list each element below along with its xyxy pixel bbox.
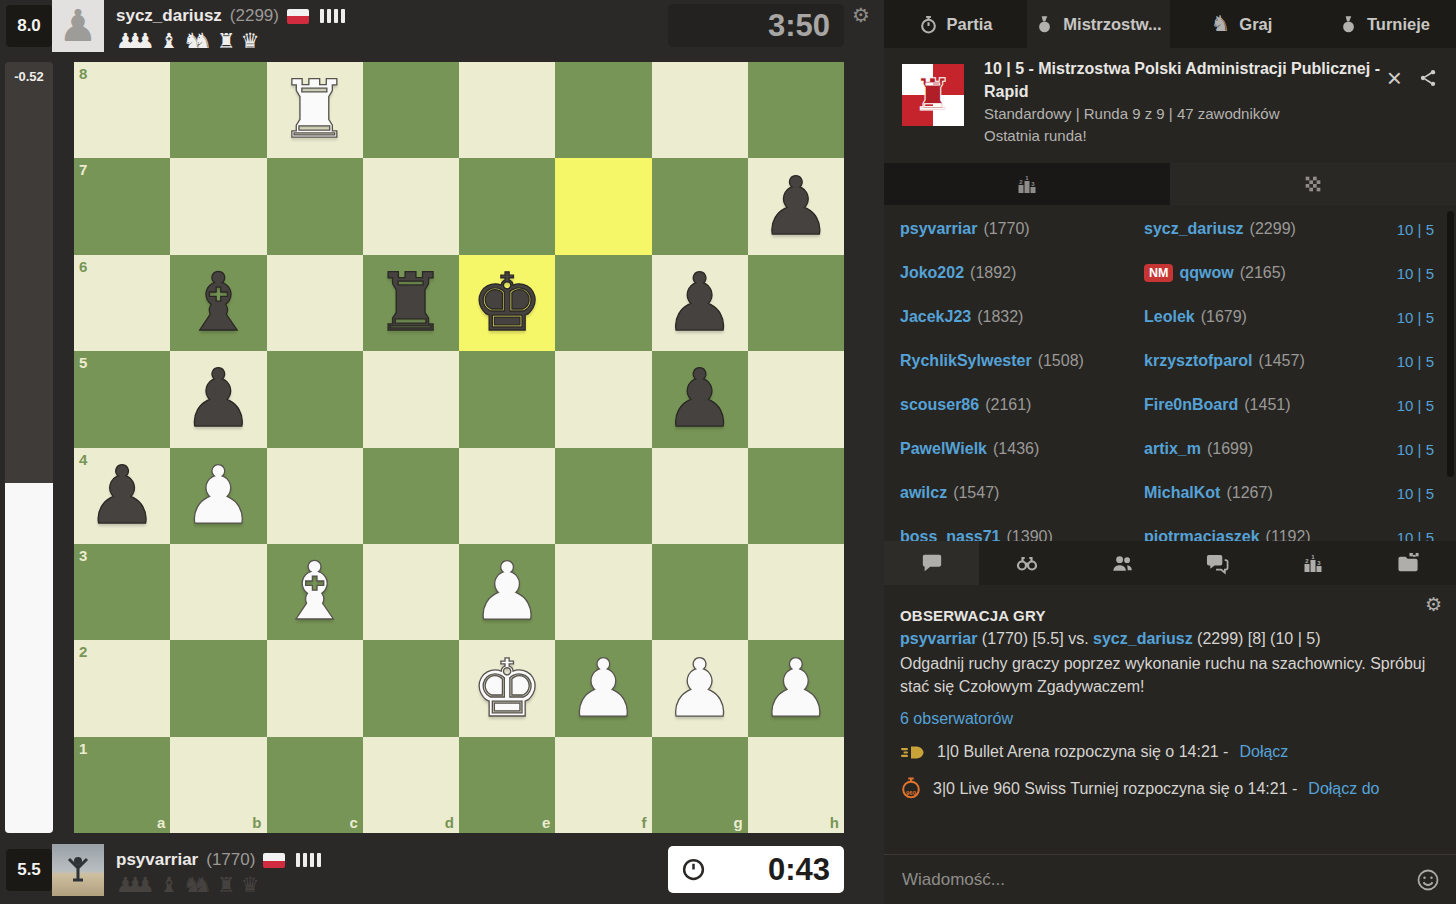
svg-text:1: 1 [1311, 554, 1315, 560]
time-control: 10 | 5 [1397, 353, 1434, 370]
nm-title-badge: NM [1144, 264, 1173, 282]
pairing-row[interactable]: boss_nass71(1390)piotrmaciaszek(1192)10 … [884, 515, 1456, 541]
default-avatar-pawn-icon: ♟ [58, 4, 97, 48]
pairing-row[interactable]: scouser86(2161)Fire0nBoard(1451)10 | 5 [884, 383, 1456, 427]
active-clock-icon [681, 857, 706, 882]
top-player-avatar[interactable]: ♟ [52, 0, 104, 52]
black-pawn[interactable]: ♟ [760, 167, 832, 247]
observation-heading: OBSERWACJA GRY [900, 607, 1440, 624]
tab-standings[interactable]: 2 1 3 [1265, 541, 1360, 585]
poland-flag-icon [263, 853, 285, 868]
tab-chat-rooms[interactable] [1170, 541, 1265, 585]
player-rating: (1892) [970, 264, 1016, 282]
rank-label: 8 [79, 65, 87, 82]
white-rook[interactable]: ♜ [279, 70, 351, 150]
square-a1[interactable]: 1a [74, 737, 170, 833]
rank-label: 3 [79, 547, 87, 564]
rank-label: 7 [79, 161, 87, 178]
tab-label: Partia [947, 15, 993, 34]
square-g8[interactable] [652, 62, 748, 158]
square-d7[interactable] [363, 158, 459, 254]
player-link[interactable]: qqwow [1179, 264, 1233, 282]
tab-archive[interactable] [1361, 541, 1456, 585]
square-c5[interactable] [267, 351, 363, 447]
player-rating: (2161) [985, 396, 1031, 414]
binoculars-icon [1015, 551, 1039, 575]
stopwatch-960-icon: 960 [900, 776, 922, 801]
sidebar: Partia Mistrzostw... ♞ Graj Turnieje ♜ 1… [884, 0, 1456, 904]
square-h4[interactable] [748, 448, 844, 544]
player-link[interactable]: JacekJ23 [900, 308, 971, 326]
square-d8[interactable] [363, 62, 459, 158]
tab-graj[interactable]: ♞ Graj [1170, 0, 1313, 48]
black-score: [8] [1248, 630, 1266, 647]
player-link[interactable]: artix_m [1144, 440, 1201, 458]
square-h5[interactable] [748, 351, 844, 447]
podium-icon: 2 1 3 [1301, 551, 1325, 575]
square-f3[interactable] [555, 544, 651, 640]
square-a6[interactable]: 6 [74, 255, 170, 351]
black-pawn[interactable]: ♟ [664, 359, 736, 439]
medal-icon [1035, 15, 1054, 34]
square-f4[interactable] [555, 448, 651, 544]
svg-text:2: 2 [1305, 558, 1309, 564]
white-rating: (1770) [982, 630, 1028, 647]
player-rating: (1436) [993, 440, 1039, 458]
time-control: 10 | 5 [1397, 309, 1434, 326]
square-d2[interactable] [363, 640, 459, 736]
player-link[interactable]: RychlikSylwester [900, 352, 1032, 370]
message-input[interactable] [900, 869, 1406, 891]
tab-label: Mistrzostw... [1063, 15, 1161, 34]
square-a2[interactable]: 2 [74, 640, 170, 736]
panel-settings-gear-icon[interactable]: ⚙ [1425, 593, 1442, 615]
square-g4[interactable] [652, 448, 748, 544]
announcement-live960: 960 3|0 Live 960 Swiss Turniej rozpoczyn… [900, 776, 1440, 801]
announcement-text: 1|0 Bullet Arena rozpoczyna się o 14:21 … [937, 743, 1228, 761]
square-c6[interactable] [267, 255, 363, 351]
tournament-header-actions: × [1387, 68, 1438, 88]
white-pawn[interactable]: ♟ [183, 456, 255, 536]
bottom-player-score: 5.5 [6, 849, 52, 891]
black-rook[interactable]: ♜ [375, 263, 447, 343]
square-b8[interactable] [170, 62, 266, 158]
square-g2[interactable]: ♟ [652, 640, 748, 736]
square-h2[interactable]: ♟ [748, 640, 844, 736]
square-d3[interactable] [363, 544, 459, 640]
player-link[interactable]: boss_nass71 [900, 528, 1001, 541]
close-icon[interactable]: × [1387, 68, 1402, 88]
bottom-player-rating: (1770) [206, 850, 255, 870]
player-rating: (1451) [1244, 396, 1290, 414]
pairing-row[interactable]: psyvarriar(1770)sycz_dariusz(2299)10 | 5 [884, 207, 1456, 251]
tournament-status: Ostatnia runda! [984, 125, 1394, 147]
square-g6[interactable]: ♟ [652, 255, 748, 351]
square-e7[interactable] [459, 158, 555, 254]
player-link[interactable]: awilcz [900, 484, 947, 502]
rank-label: 6 [79, 258, 87, 275]
top-player-info: sycz_dariusz (2299) [116, 4, 345, 28]
square-e8[interactable] [459, 62, 555, 158]
rank-label: 5 [79, 354, 87, 371]
tournament-info: 10 | 5 - Mistrzostwa Polski Administracj… [984, 57, 1394, 147]
square-a3[interactable]: 3 [74, 544, 170, 640]
player-link[interactable]: psyvarriar [900, 220, 977, 238]
square-e1[interactable]: e [459, 737, 555, 833]
top-player-name[interactable]: sycz_dariusz [116, 6, 222, 26]
pairing-row[interactable]: Joko202(1892)NMqqwow(2165)10 | 5 [884, 251, 1456, 295]
captured-rook-icon: ♜ [217, 31, 236, 52]
bottom-player-name[interactable]: psyvarriar [116, 850, 198, 870]
bottom-panel-tabs: 2 1 3 [884, 541, 1456, 585]
time-control: (10 | 5) [1270, 630, 1320, 647]
rook-logo-icon: ♜ [913, 73, 952, 117]
square-f1[interactable]: f [555, 737, 651, 833]
stopwatch-icon [919, 15, 938, 34]
captured-bishop-icon: ♝ [159, 875, 178, 896]
time-control: 10 | 5 [1397, 529, 1434, 542]
tab-game-chat[interactable] [884, 541, 979, 585]
square-f8[interactable] [555, 62, 651, 158]
connection-signal-icon [320, 9, 345, 23]
black-pawn[interactable]: ♟ [664, 263, 736, 343]
square-b7[interactable] [170, 158, 266, 254]
podium-icon: 2 1 3 [1015, 172, 1039, 196]
player-link[interactable]: Fire0nBoard [1144, 396, 1238, 414]
square-b1[interactable]: b [170, 737, 266, 833]
captured-knight-icon: ♞ [193, 31, 212, 52]
player-link[interactable]: scouser86 [900, 396, 979, 414]
evaluation-value: -0.52 [5, 69, 53, 84]
square-b6[interactable]: ♝ [170, 255, 266, 351]
square-a7[interactable]: 7 [74, 158, 170, 254]
file-label: a [157, 814, 165, 831]
evaluation-bar: -0.52 [5, 62, 53, 833]
captured-bishop-icon: ♝ [159, 31, 178, 52]
connection-signal-icon [296, 853, 321, 867]
message-bar [884, 854, 1456, 904]
pairing-row[interactable]: RychlikSylwester(1508)krzysztofparol(145… [884, 339, 1456, 383]
square-b2[interactable] [170, 640, 266, 736]
emoji-smiley-icon[interactable] [1416, 868, 1440, 892]
svg-text:960: 960 [906, 790, 917, 796]
player-link[interactable]: PawelWielk [900, 440, 987, 458]
captured-rook-icon: ♜ [217, 875, 236, 896]
white-bishop[interactable]: ♝ [279, 552, 351, 632]
top-player-captured-pieces: ♟♟♟♝♞♞♜♛ [116, 30, 260, 52]
player-link[interactable]: Joko202 [900, 264, 964, 282]
square-a5[interactable]: 5 [74, 351, 170, 447]
tournament-details: Standardowy | Runda 9 z 9 | 47 zawodnikó… [984, 103, 1394, 125]
player-rating: (1832) [977, 308, 1023, 326]
observation-panel: ⚙ OBSERWACJA GRY psyvarriar (1770) [5.5]… [884, 585, 1456, 854]
tab-label: Graj [1239, 15, 1272, 34]
observation-match-line: psyvarriar (1770) [5.5] vs. sycz_dariusz… [900, 627, 1440, 650]
svg-text:3: 3 [1031, 181, 1035, 187]
top-player-score: 8.0 [6, 5, 52, 47]
black-player-link[interactable]: sycz_dariusz [1093, 630, 1193, 647]
square-c8[interactable]: ♜ [267, 62, 363, 158]
player-rating: (1192) [1266, 528, 1311, 541]
player-link[interactable]: sycz_dariusz [1144, 220, 1244, 238]
square-c7[interactable] [267, 158, 363, 254]
black-king[interactable]: ♚ [471, 263, 543, 343]
bullet-icon [900, 744, 926, 761]
white-king[interactable]: ♚ [471, 649, 543, 729]
eval-white-portion [5, 483, 53, 833]
file-label: c [349, 814, 357, 831]
square-c3[interactable]: ♝ [267, 544, 363, 640]
bottom-player-captured-pieces: ♟♟♟♝♞♞♜♛ [116, 874, 260, 896]
captured-pawn-icon: ♟ [136, 875, 155, 896]
square-d1[interactable]: d [363, 737, 459, 833]
captured-knight-icon: ♞ [193, 875, 212, 896]
announcement-bullet-arena: 1|0 Bullet Arena rozpoczyna się o 14:21 … [900, 743, 1440, 761]
square-a4[interactable]: 4♟ [74, 448, 170, 544]
time-control: 10 | 5 [1397, 397, 1434, 414]
pairings-list: psyvarriar(1770)sycz_dariusz(2299)10 | 5… [884, 205, 1456, 541]
square-h6[interactable] [748, 255, 844, 351]
rank-label: 2 [79, 643, 87, 660]
tab-label: Turnieje [1367, 15, 1430, 34]
square-e3[interactable]: ♟ [459, 544, 555, 640]
square-h1[interactable]: h [748, 737, 844, 833]
square-b4[interactable]: ♟ [170, 448, 266, 544]
square-e2[interactable]: ♚ [459, 640, 555, 736]
player-rating: (1457) [1258, 352, 1304, 370]
captured-pawn-icon: ♟ [136, 31, 155, 52]
square-f7[interactable] [555, 158, 651, 254]
pairing-row[interactable]: awilcz(1547)MichalKot(1267)10 | 5 [884, 471, 1456, 515]
player-link[interactable]: MichalKot [1144, 484, 1220, 502]
file-label: g [734, 814, 743, 831]
white-pawn[interactable]: ♟ [568, 649, 640, 729]
player-rating: (1547) [953, 484, 999, 502]
observation-description: Odgadnij ruchy graczy poprzez wykonanie … [900, 652, 1440, 698]
poland-flag-icon [287, 9, 309, 24]
time-control: 10 | 5 [1397, 485, 1434, 502]
player-rating: (1679) [1201, 308, 1247, 326]
square-h8[interactable] [748, 62, 844, 158]
square-b3[interactable] [170, 544, 266, 640]
white-pawn[interactable]: ♟ [664, 649, 736, 729]
white-player-link[interactable]: psyvarriar [900, 630, 977, 647]
top-player-clock: 3:50 [668, 4, 844, 47]
subtab-games[interactable] [1170, 163, 1456, 205]
white-pawn[interactable]: ♟ [471, 552, 543, 632]
player-rating: (1770) [983, 220, 1029, 238]
app: { "game": "chess", "position": { "fen": … [0, 0, 1456, 904]
file-label: f [642, 814, 647, 831]
black-pawn[interactable]: ♟ [86, 456, 158, 536]
white-pawn[interactable]: ♟ [760, 649, 832, 729]
time-control: 10 | 5 [1397, 441, 1434, 458]
square-e5[interactable] [459, 351, 555, 447]
square-c4[interactable] [267, 448, 363, 544]
time-control: 10 | 5 [1397, 265, 1434, 282]
join-link[interactable]: Dołącz do [1308, 780, 1379, 798]
square-e4[interactable] [459, 448, 555, 544]
chats-icon [1206, 552, 1229, 575]
square-a8[interactable]: 8 [74, 62, 170, 158]
tab-players[interactable] [1075, 541, 1170, 585]
file-label: d [445, 814, 454, 831]
subtab-standings[interactable]: 2 1 3 [884, 163, 1170, 205]
top-player-rating: (2299) [230, 6, 279, 26]
svg-text:3: 3 [1317, 560, 1321, 566]
tournament-subtabs: 2 1 3 [884, 163, 1456, 205]
captured-queen-icon: ♛ [241, 875, 260, 896]
black-bishop[interactable]: ♝ [183, 263, 255, 343]
svg-text:1: 1 [1025, 175, 1029, 181]
rank-label: 4 [79, 451, 87, 468]
player-rating: (1267) [1226, 484, 1272, 502]
square-g7[interactable] [652, 158, 748, 254]
square-c1[interactable]: c [267, 737, 363, 833]
square-f6[interactable] [555, 255, 651, 351]
rank-label: 1 [79, 740, 87, 757]
tab-observers[interactable] [979, 541, 1074, 585]
square-h3[interactable] [748, 544, 844, 640]
file-label: b [252, 814, 261, 831]
scrollbar-thumb[interactable] [1447, 211, 1454, 477]
avatar-person-photo [52, 844, 104, 896]
join-link[interactable]: Dołącz [1239, 743, 1288, 761]
square-d5[interactable] [363, 351, 459, 447]
pairing-row[interactable]: PawelWielk(1436)artix_m(1699)10 | 5 [884, 427, 1456, 471]
square-d4[interactable] [363, 448, 459, 544]
player-rating: (1390) [1007, 528, 1053, 541]
square-g3[interactable] [652, 544, 748, 640]
player-rating: (1508) [1038, 352, 1084, 370]
folder-flag-icon [1397, 552, 1420, 575]
tournament-title[interactable]: 10 | 5 - Mistrzostwa Polski Administracj… [984, 57, 1394, 103]
player-link[interactable]: piotrmaciaszek [1144, 528, 1260, 541]
svg-text:2: 2 [1019, 179, 1023, 185]
knight-icon: ♞ [1211, 13, 1231, 35]
square-g5[interactable]: ♟ [652, 351, 748, 447]
trophy-icon [1339, 15, 1358, 34]
vs-label: vs. [1068, 630, 1088, 647]
bottom-player-info: psyvarriar (1770) [116, 848, 321, 872]
pairing-row[interactable]: JacekJ23(1832)Leolek(1679)10 | 5 [884, 295, 1456, 339]
white-score: [5.5] [1033, 630, 1064, 647]
observers-link[interactable]: 6 obserwatorów [900, 710, 1013, 727]
square-g1[interactable]: g [652, 737, 748, 833]
chess-board: 8♜7♟6♝♜♚♟5♟♟4♟♟3♝♟2♚♟♟♟1abcdefgh [74, 62, 844, 833]
square-h7[interactable]: ♟ [748, 158, 844, 254]
tournament-header: ♜ 10 | 5 - Mistrzostwa Polski Administra… [884, 48, 1456, 163]
chat-bubble-icon [921, 552, 943, 574]
player-link[interactable]: krzysztofparol [1144, 352, 1252, 370]
time-control: 10 | 5 [1397, 221, 1434, 238]
player-rating: (2299) [1250, 220, 1296, 238]
bottom-player-avatar[interactable] [52, 844, 104, 896]
black-rating: (2299) [1197, 630, 1243, 647]
share-icon[interactable] [1418, 68, 1438, 88]
captured-queen-icon: ♛ [241, 31, 260, 52]
tournament-logo: ♜ [902, 64, 964, 126]
tab-partia[interactable]: Partia [884, 0, 1027, 48]
player-rating: (2165) [1240, 264, 1286, 282]
bottom-player-clock: 0:43 [668, 846, 844, 893]
file-label: h [830, 814, 839, 831]
square-f2[interactable]: ♟ [555, 640, 651, 736]
player-rating: (1699) [1207, 440, 1253, 458]
board-settings-gear-icon[interactable]: ⚙ [852, 3, 870, 27]
square-f5[interactable] [555, 351, 651, 447]
users-icon [1111, 552, 1134, 575]
announcement-text: 3|0 Live 960 Swiss Turniej rozpoczyna si… [933, 780, 1297, 798]
black-pawn[interactable]: ♟ [183, 359, 255, 439]
file-label: e [542, 814, 550, 831]
player-link[interactable]: Leolek [1144, 308, 1195, 326]
checkerboard-icon [1302, 173, 1324, 195]
top-clock-time: 3:50 [768, 8, 830, 44]
square-b5[interactable]: ♟ [170, 351, 266, 447]
square-d6[interactable]: ♜ [363, 255, 459, 351]
bottom-clock-time: 0:43 [768, 852, 830, 888]
sidebar-top-tabs: Partia Mistrzostw... ♞ Graj Turnieje [884, 0, 1456, 48]
tab-turnieje[interactable]: Turnieje [1313, 0, 1456, 48]
tab-mistrzostwa[interactable]: Mistrzostw... [1027, 0, 1170, 48]
square-e6[interactable]: ♚ [459, 255, 555, 351]
square-c2[interactable] [267, 640, 363, 736]
